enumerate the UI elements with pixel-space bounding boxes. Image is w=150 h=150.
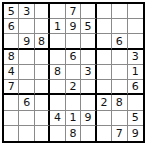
cell-r1c8[interactable] bbox=[112, 4, 127, 19]
cell-r9c3[interactable] bbox=[35, 126, 50, 141]
given-digit: 4 bbox=[54, 112, 61, 123]
cell-r9c8[interactable]: 7 bbox=[112, 126, 127, 141]
given-digit: 8 bbox=[69, 127, 76, 138]
given-digit: 3 bbox=[132, 51, 139, 62]
cell-r5c3[interactable] bbox=[35, 65, 50, 80]
given-digit: 6 bbox=[23, 96, 30, 107]
cell-r8c9[interactable]: 5 bbox=[128, 111, 143, 126]
cell-r5c9[interactable]: 1 bbox=[128, 65, 143, 80]
cell-r1c5[interactable]: 7 bbox=[66, 4, 81, 19]
cell-r2c4[interactable]: 1 bbox=[50, 19, 65, 34]
cell-r5c2[interactable] bbox=[19, 65, 34, 80]
cell-r3c9[interactable] bbox=[128, 34, 143, 49]
cell-r5c7[interactable] bbox=[97, 65, 112, 80]
cell-r1c1[interactable]: 5 bbox=[4, 4, 19, 19]
cell-r7c1[interactable] bbox=[4, 95, 19, 110]
cell-r7c3[interactable] bbox=[35, 95, 50, 110]
given-digit: 5 bbox=[84, 20, 91, 31]
given-digit: 9 bbox=[132, 127, 139, 138]
given-digit: 7 bbox=[116, 127, 123, 138]
cell-r4c3[interactable] bbox=[35, 50, 50, 65]
cell-r5c6[interactable]: 3 bbox=[81, 65, 96, 80]
cell-r1c4[interactable] bbox=[50, 4, 65, 19]
cell-r1c7[interactable] bbox=[97, 4, 112, 19]
cell-r8c2[interactable] bbox=[19, 111, 34, 126]
given-digit: 8 bbox=[54, 66, 61, 77]
given-digit: 3 bbox=[23, 5, 30, 16]
cell-r3c8[interactable]: 6 bbox=[112, 34, 127, 49]
given-digit: 6 bbox=[8, 20, 15, 31]
given-digit: 9 bbox=[69, 20, 76, 31]
cell-r1c6[interactable] bbox=[81, 4, 96, 19]
given-digit: 1 bbox=[69, 112, 76, 123]
cell-r4c9[interactable]: 3 bbox=[128, 50, 143, 65]
cell-r4c1[interactable]: 8 bbox=[4, 50, 19, 65]
given-digit: 2 bbox=[100, 96, 107, 107]
cell-r8c8[interactable] bbox=[112, 111, 127, 126]
given-digit: 6 bbox=[132, 81, 139, 92]
given-digit: 9 bbox=[23, 35, 30, 46]
cell-r2c1[interactable]: 6 bbox=[4, 19, 19, 34]
cell-r2c9[interactable] bbox=[128, 19, 143, 34]
cell-r3c6[interactable] bbox=[81, 34, 96, 49]
given-digit: 9 bbox=[84, 112, 91, 123]
cell-r8c4[interactable]: 4 bbox=[50, 111, 65, 126]
cell-r3c5[interactable] bbox=[66, 34, 81, 49]
cell-r2c6[interactable]: 5 bbox=[81, 19, 96, 34]
cell-r2c8[interactable] bbox=[112, 19, 127, 34]
cell-r7c4[interactable] bbox=[50, 95, 65, 110]
cell-r7c8[interactable]: 8 bbox=[112, 95, 127, 110]
cell-r9c1[interactable] bbox=[4, 126, 19, 141]
cell-r7c9[interactable] bbox=[128, 95, 143, 110]
cell-r7c5[interactable] bbox=[66, 95, 81, 110]
cell-r3c2[interactable]: 9 bbox=[19, 34, 34, 49]
given-digit: 5 bbox=[8, 5, 15, 16]
cell-r2c5[interactable]: 9 bbox=[66, 19, 81, 34]
cell-r4c6[interactable] bbox=[81, 50, 96, 65]
cell-r9c7[interactable] bbox=[97, 126, 112, 141]
cell-r3c3[interactable]: 8 bbox=[35, 34, 50, 49]
cell-r5c5[interactable] bbox=[66, 65, 81, 80]
cell-r4c7[interactable] bbox=[97, 50, 112, 65]
cell-r7c2[interactable]: 6 bbox=[19, 95, 34, 110]
cell-r1c9[interactable] bbox=[128, 4, 143, 19]
given-digit: 8 bbox=[38, 35, 45, 46]
cell-r6c3[interactable] bbox=[35, 80, 50, 95]
cell-r5c4[interactable]: 8 bbox=[50, 65, 65, 80]
cell-r8c5[interactable]: 1 bbox=[66, 111, 81, 126]
cell-r9c6[interactable] bbox=[81, 126, 96, 141]
given-digit: 7 bbox=[69, 5, 76, 16]
board-wrapper: 537619598686348317266284195879 bbox=[0, 0, 150, 143]
cell-r2c7[interactable] bbox=[97, 19, 112, 34]
given-digit: 3 bbox=[84, 66, 91, 77]
cell-r4c5[interactable]: 6 bbox=[66, 50, 81, 65]
cell-r1c3[interactable] bbox=[35, 4, 50, 19]
cell-r9c2[interactable] bbox=[19, 126, 34, 141]
cell-r5c1[interactable]: 4 bbox=[4, 65, 19, 80]
cell-r1c2[interactable]: 3 bbox=[19, 4, 34, 19]
sudoku-board: 537619598686348317266284195879 bbox=[2, 2, 145, 143]
cell-r7c6[interactable] bbox=[81, 95, 96, 110]
cell-r3c1[interactable] bbox=[4, 34, 19, 49]
cell-r6c9[interactable]: 6 bbox=[128, 80, 143, 95]
cell-r6c7[interactable] bbox=[97, 80, 112, 95]
given-digit: 6 bbox=[116, 35, 123, 46]
cell-r6c6[interactable] bbox=[81, 80, 96, 95]
cell-r7c7[interactable]: 2 bbox=[97, 95, 112, 110]
given-digit: 8 bbox=[8, 51, 15, 62]
cell-r8c1[interactable] bbox=[4, 111, 19, 126]
cell-r8c3[interactable] bbox=[35, 111, 50, 126]
cell-r3c7[interactable] bbox=[97, 34, 112, 49]
cell-r2c2[interactable] bbox=[19, 19, 34, 34]
cell-r2c3[interactable] bbox=[35, 19, 50, 34]
cell-r9c5[interactable]: 8 bbox=[66, 126, 81, 141]
given-digit: 2 bbox=[69, 81, 76, 92]
cell-r4c2[interactable] bbox=[19, 50, 34, 65]
cell-r6c4[interactable] bbox=[50, 80, 65, 95]
given-digit: 1 bbox=[132, 66, 139, 77]
given-digit: 8 bbox=[116, 96, 123, 107]
cell-r9c9[interactable]: 9 bbox=[128, 126, 143, 141]
given-digit: 4 bbox=[8, 66, 15, 77]
cell-r4c4[interactable] bbox=[50, 50, 65, 65]
cell-r3c4[interactable] bbox=[50, 34, 65, 49]
cell-r6c2[interactable] bbox=[19, 80, 34, 95]
cell-r6c8[interactable] bbox=[112, 80, 127, 95]
cell-r5c8[interactable] bbox=[112, 65, 127, 80]
cell-r6c5[interactable]: 2 bbox=[66, 80, 81, 95]
given-digit: 7 bbox=[8, 81, 15, 92]
given-digit: 1 bbox=[54, 20, 61, 31]
cell-r8c6[interactable]: 9 bbox=[81, 111, 96, 126]
cell-r4c8[interactable] bbox=[112, 50, 127, 65]
cell-r6c1[interactable]: 7 bbox=[4, 80, 19, 95]
given-digit: 6 bbox=[69, 51, 76, 62]
given-digit: 5 bbox=[132, 112, 139, 123]
cell-r9c4[interactable] bbox=[50, 126, 65, 141]
cell-r8c7[interactable] bbox=[97, 111, 112, 126]
